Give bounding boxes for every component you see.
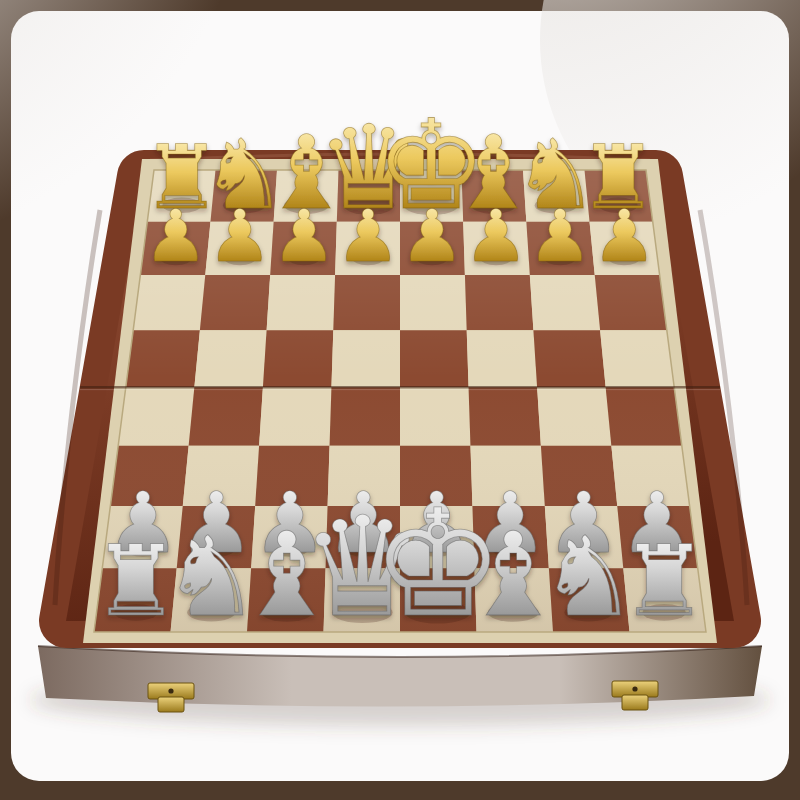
piece-gold-pawn-e7: ♟	[400, 194, 465, 278]
piece-gold-pawn-f7: ♟	[464, 194, 529, 278]
piece-gold-pawn-a7: ♟	[144, 194, 209, 278]
piece-silver-rook-h1: ♜	[620, 524, 708, 638]
chess-board-scene: ♜♞♝♛♚♝♞♜♟♟♟♟♟♟♟♟♟♟♟♟♟♟♟♟♜♞♝♛♚♝♞♜	[0, 0, 800, 800]
piece-gold-pawn-b7: ♟	[208, 194, 273, 278]
product-photo: ♜♞♝♛♚♝♞♜♟♟♟♟♟♟♟♟♟♟♟♟♟♟♟♟♜♞♝♛♚♝♞♜	[0, 0, 800, 800]
piece-gold-pawn-c7: ♟	[272, 194, 337, 278]
piece-gold-pawn-g7: ♟	[528, 194, 593, 278]
piece-gold-pawn-h7: ♟	[592, 194, 657, 278]
piece-gold-pawn-d7: ♟	[336, 194, 401, 278]
